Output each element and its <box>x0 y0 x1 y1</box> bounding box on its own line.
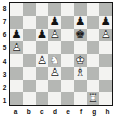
rank-label-3: 3 <box>0 68 9 81</box>
square-h3[interactable] <box>99 67 112 80</box>
square-c6[interactable]: ♟ <box>36 29 49 42</box>
square-h4[interactable] <box>99 54 112 67</box>
rank-label-8: 8 <box>0 2 9 15</box>
square-d2[interactable] <box>48 80 61 93</box>
square-c5[interactable] <box>36 41 49 54</box>
file-label-b: b <box>22 106 35 117</box>
square-a2[interactable] <box>10 80 23 93</box>
square-h7[interactable]: ♟ <box>99 16 112 29</box>
rank-labels: 87654321 <box>0 2 9 107</box>
square-e3[interactable] <box>61 67 74 80</box>
square-e7[interactable] <box>61 16 74 29</box>
piece-fill-white-pawn: ♟ <box>10 41 23 54</box>
piece-fill-white-rook: ♜ <box>87 92 100 105</box>
square-e5[interactable] <box>61 41 74 54</box>
square-a4[interactable] <box>10 54 23 67</box>
piece-black-pawn-h7[interactable]: ♟ <box>99 16 112 29</box>
square-h5[interactable] <box>99 41 112 54</box>
piece-white-knight-d4[interactable]: ♘ <box>48 54 61 67</box>
square-f5[interactable] <box>74 41 87 54</box>
piece-black-king-f6[interactable]: ♚ <box>74 29 87 42</box>
square-b8[interactable] <box>23 3 36 16</box>
rank-label-5: 5 <box>0 41 9 54</box>
file-label-f: f <box>75 106 88 117</box>
piece-fill-white-pawn: ♟ <box>48 67 61 80</box>
piece-black-pawn-c6[interactable]: ♟ <box>36 29 49 42</box>
file-label-g: g <box>88 106 101 117</box>
piece-black-pawn-d7[interactable]: ♟ <box>48 16 61 29</box>
square-e2[interactable] <box>61 80 74 93</box>
piece-white-pawn-h6[interactable]: ♙ <box>99 29 112 42</box>
piece-white-rook-g1[interactable]: ♖ <box>87 92 100 105</box>
rank-label-1: 1 <box>0 94 9 107</box>
piece-white-pawn-a5[interactable]: ♙ <box>10 41 23 54</box>
file-label-a: a <box>9 106 22 117</box>
rank-label-7: 7 <box>0 15 9 28</box>
square-a7[interactable] <box>10 16 23 29</box>
chess-board: ♟♟♟♟♟♟♙♚♟♙♟♙♟♙♞♘♚♔♟♙♝♗♜♖ <box>9 2 113 106</box>
piece-fill-white-king: ♚ <box>74 54 87 67</box>
square-g4[interactable] <box>87 54 100 67</box>
square-d5[interactable] <box>48 41 61 54</box>
square-f8[interactable] <box>74 3 87 16</box>
piece-black-pawn-a6[interactable]: ♟ <box>10 29 23 42</box>
square-g7[interactable] <box>87 16 100 29</box>
square-f1[interactable] <box>74 92 87 105</box>
piece-fill-white-pawn: ♟ <box>48 29 61 42</box>
square-h8[interactable] <box>99 3 112 16</box>
square-c2[interactable] <box>36 80 49 93</box>
square-g2[interactable] <box>87 80 100 93</box>
piece-white-pawn-d3[interactable]: ♙ <box>48 67 61 80</box>
square-e8[interactable] <box>61 3 74 16</box>
file-label-e: e <box>62 106 75 117</box>
square-f3[interactable]: ♝♗ <box>74 67 87 80</box>
file-label-c: c <box>35 106 48 117</box>
piece-fill-white-knight: ♞ <box>48 54 61 67</box>
square-c7[interactable] <box>36 16 49 29</box>
piece-white-king-f4[interactable]: ♔ <box>74 54 87 67</box>
square-c3[interactable] <box>36 67 49 80</box>
square-g6[interactable] <box>87 29 100 42</box>
square-d6[interactable]: ♟♙ <box>48 29 61 42</box>
square-g5[interactable] <box>87 41 100 54</box>
square-a8[interactable] <box>10 3 23 16</box>
piece-white-pawn-d6[interactable]: ♙ <box>48 29 61 42</box>
chess-diagram: 87654321 ♟♟♟♟♟♟♙♚♟♙♟♙♟♙♞♘♚♔♟♙♝♗♜♖ abcdef… <box>0 0 118 118</box>
square-b4[interactable] <box>23 54 36 67</box>
square-e4[interactable] <box>61 54 74 67</box>
square-a3[interactable] <box>10 67 23 80</box>
square-e1[interactable] <box>61 92 74 105</box>
square-a6[interactable]: ♟ <box>10 29 23 42</box>
piece-black-pawn-f7[interactable]: ♟ <box>74 16 87 29</box>
file-labels: abcdefgh <box>9 106 114 117</box>
square-b5[interactable] <box>23 41 36 54</box>
square-d4[interactable]: ♞♘ <box>48 54 61 67</box>
rank-label-4: 4 <box>0 55 9 68</box>
square-c1[interactable] <box>36 92 49 105</box>
square-h1[interactable] <box>99 92 112 105</box>
file-label-h: h <box>101 106 114 117</box>
square-a1[interactable] <box>10 92 23 105</box>
piece-fill-white-pawn: ♟ <box>99 29 112 42</box>
rank-label-2: 2 <box>0 81 9 94</box>
square-h6[interactable]: ♟♙ <box>99 29 112 42</box>
piece-fill-white-bishop: ♝ <box>74 67 87 80</box>
square-d3[interactable]: ♟♙ <box>48 67 61 80</box>
square-a5[interactable]: ♟♙ <box>10 41 23 54</box>
square-b2[interactable] <box>23 80 36 93</box>
square-g3[interactable] <box>87 67 100 80</box>
piece-white-bishop-f3[interactable]: ♗ <box>74 67 87 80</box>
square-e6[interactable] <box>61 29 74 42</box>
piece-white-pawn-c4[interactable]: ♙ <box>36 54 49 67</box>
file-label-d: d <box>48 106 61 117</box>
square-f2[interactable] <box>74 80 87 93</box>
square-b6[interactable] <box>23 29 36 42</box>
square-g8[interactable] <box>87 3 100 16</box>
piece-fill-white-pawn: ♟ <box>36 54 49 67</box>
square-g1[interactable]: ♜♖ <box>87 92 100 105</box>
square-c8[interactable] <box>36 3 49 16</box>
square-b1[interactable] <box>23 92 36 105</box>
square-f4[interactable]: ♚♔ <box>74 54 87 67</box>
square-d7[interactable]: ♟ <box>48 16 61 29</box>
square-d8[interactable] <box>48 3 61 16</box>
square-b7[interactable] <box>23 16 36 29</box>
square-b3[interactable] <box>23 67 36 80</box>
rank-label-6: 6 <box>0 28 9 41</box>
square-c4[interactable]: ♟♙ <box>36 54 49 67</box>
square-h2[interactable] <box>99 80 112 93</box>
square-f6[interactable]: ♚ <box>74 29 87 42</box>
square-f7[interactable]: ♟ <box>74 16 87 29</box>
square-d1[interactable] <box>48 92 61 105</box>
